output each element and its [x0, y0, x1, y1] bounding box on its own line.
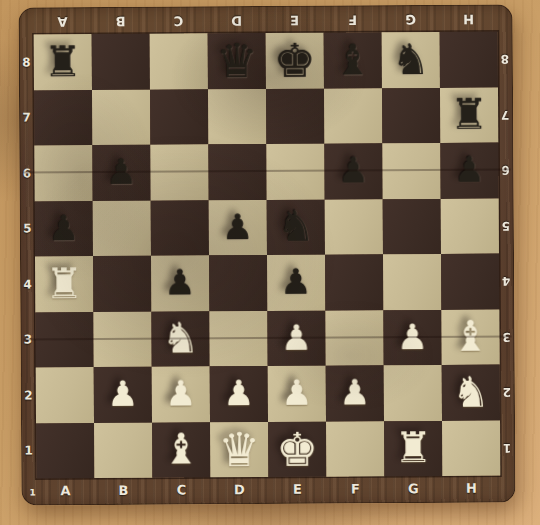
piece-black-rook: ♜: [450, 94, 488, 136]
square-d4: [209, 255, 267, 311]
square-f4: [325, 254, 383, 310]
square-a5: ♟: [35, 201, 93, 257]
square-e1: ♚: [268, 421, 326, 477]
file-label: A: [36, 479, 94, 502]
piece-white-pawn: ♟: [339, 376, 371, 411]
file-label: E: [265, 9, 323, 32]
rank-label: 4: [499, 253, 513, 309]
square-h8: [440, 32, 498, 88]
square-e7: [266, 88, 324, 144]
square-h7: ♜: [440, 87, 498, 143]
square-a8: ♜: [34, 34, 92, 90]
piece-white-rook: ♜: [45, 263, 83, 305]
chess-board: ABCDEFGH ABCDEFGH 87654321 87654321 1 ♜♛…: [18, 4, 515, 505]
square-c4: ♟: [151, 255, 209, 311]
file-label: H: [439, 8, 497, 31]
square-e2: ♟: [268, 366, 326, 422]
piece-black-queen: ♛: [216, 37, 258, 84]
piece-white-bishop: ♝: [162, 429, 200, 471]
square-h4: [441, 254, 499, 310]
file-labels-top: ABCDEFGH: [34, 8, 498, 34]
square-b7: [92, 89, 150, 145]
square-h2: ♞: [442, 365, 500, 421]
square-g1: ♜: [384, 420, 442, 476]
file-label: A: [34, 10, 92, 33]
square-e4: ♟: [267, 255, 325, 311]
square-h5: [441, 198, 499, 254]
piece-black-pawn: ♟: [48, 211, 80, 246]
square-b5: [93, 200, 151, 256]
square-a2: [36, 367, 94, 423]
file-label: F: [323, 8, 381, 31]
rank-label: 8: [498, 32, 512, 88]
rank-label: 1: [21, 423, 36, 479]
file-label: C: [149, 9, 207, 32]
file-labels-bottom: ABCDEFGH: [36, 477, 500, 503]
square-g5: [383, 198, 441, 254]
square-g8: ♞: [382, 32, 440, 88]
photo-chess-scene: ABCDEFGH ABCDEFGH 87654321 87654321 1 ♜♛…: [0, 0, 540, 525]
square-f8: ♝: [324, 32, 382, 88]
file-label: D: [210, 478, 268, 501]
square-b8: [92, 34, 150, 90]
square-f7: [324, 88, 382, 144]
square-d2: ♟: [210, 366, 268, 422]
square-b2: ♟: [94, 367, 152, 423]
file-label: B: [92, 10, 150, 33]
file-label: B: [94, 479, 152, 502]
square-e8: ♚: [266, 33, 324, 89]
piece-black-knight: ♞: [277, 206, 315, 248]
square-a4: ♜: [35, 256, 93, 312]
board-grid: ♜♛♚♝♞♜♟♟♟♟♟♞♜♟♟♞♟♟♝♟♟♟♟♟♞♝♛♚♜: [34, 32, 501, 479]
file-label: C: [152, 478, 210, 501]
file-label: D: [207, 9, 265, 32]
square-c1: ♝: [152, 422, 210, 478]
square-f2: ♟: [326, 365, 384, 421]
rank-label: 5: [499, 198, 513, 254]
rank-label: 2: [21, 367, 36, 423]
square-a1: [36, 423, 94, 479]
square-g7: [382, 87, 440, 143]
square-c7: [150, 89, 208, 145]
square-d8: ♛: [208, 33, 266, 89]
square-f1: [326, 421, 384, 477]
rank-label: 5: [20, 201, 35, 257]
square-b1: [94, 422, 152, 478]
file-label: F: [326, 477, 384, 500]
piece-black-pawn: ♟: [222, 210, 254, 245]
square-d1: ♛: [210, 421, 268, 477]
piece-black-bishop: ♝: [334, 39, 372, 81]
piece-black-knight: ♞: [392, 39, 430, 81]
square-f5: [325, 199, 383, 255]
rank-label: 1: [500, 420, 514, 476]
rank-label: 7: [498, 87, 512, 143]
square-h1: [442, 420, 500, 476]
file-label: H: [442, 477, 500, 500]
square-b4: [93, 256, 151, 312]
rank-labels-right: 87654321: [498, 32, 515, 476]
file-label: E: [268, 478, 326, 501]
square-d7: [208, 89, 266, 145]
piece-white-pawn: ♟: [223, 376, 255, 411]
rank-label: 2: [500, 364, 514, 420]
rank-label: 7: [19, 90, 34, 146]
square-e5: ♞: [267, 199, 325, 255]
piece-white-king: ♚: [276, 425, 318, 472]
file-label: G: [384, 477, 442, 500]
piece-black-pawn: ♟: [164, 266, 196, 301]
square-a7: [34, 90, 92, 146]
square-c8: [150, 33, 208, 89]
piece-white-queen: ♛: [218, 426, 260, 473]
square-c2: ♟: [152, 366, 210, 422]
file-label: G: [381, 8, 439, 31]
piece-white-knight: ♞: [452, 371, 490, 413]
square-c5: [151, 200, 209, 256]
piece-black-rook: ♜: [44, 41, 82, 83]
square-g2: [384, 365, 442, 421]
piece-black-pawn: ♟: [280, 265, 312, 300]
square-d5: ♟: [209, 200, 267, 256]
square-g4: [383, 254, 441, 310]
rank-label: 4: [20, 256, 35, 312]
piece-white-pawn: ♟: [281, 376, 313, 411]
piece-white-pawn: ♟: [165, 377, 197, 412]
rank-label: 8: [19, 34, 34, 90]
corner-rank-label: 1: [29, 487, 35, 497]
piece-black-king: ♚: [274, 37, 316, 84]
piece-white-pawn: ♟: [107, 377, 139, 412]
piece-white-rook: ♜: [394, 427, 432, 469]
